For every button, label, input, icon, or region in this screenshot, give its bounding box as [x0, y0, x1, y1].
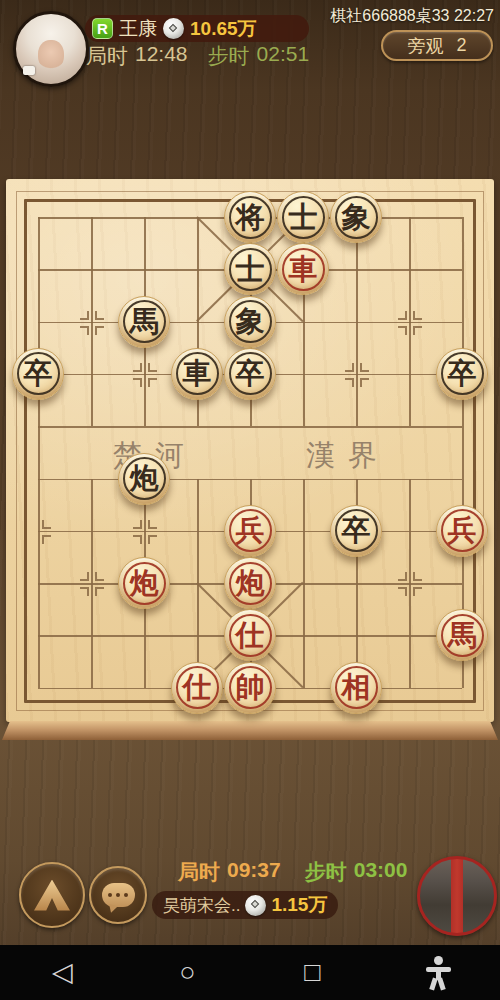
- point-marker: [148, 535, 157, 544]
- piece-character: 将: [236, 203, 265, 232]
- move-time-value: 02:51: [257, 42, 310, 70]
- nav-recents-button[interactable]: □: [250, 959, 375, 986]
- piece-character: 兵: [236, 516, 265, 545]
- point-marker: [42, 535, 51, 544]
- point-marker: [398, 587, 407, 596]
- move-time-label: 步时: [305, 858, 347, 886]
- player-name-bar: 昊萌宋会.. 1.15万: [152, 891, 338, 919]
- point-marker: [80, 587, 89, 596]
- point-marker: [148, 520, 157, 529]
- home-icon: ○: [179, 959, 195, 986]
- piece-red-advisor[interactable]: 仕: [171, 662, 223, 714]
- point-marker: [95, 326, 104, 335]
- piece-character: 炮: [130, 464, 159, 493]
- piece-character: 兵: [448, 516, 477, 545]
- piece-character: 仕: [236, 621, 265, 650]
- piece-character: 帥: [236, 673, 265, 702]
- piece-red-elephant[interactable]: 相: [330, 662, 382, 714]
- coin-icon: [245, 895, 266, 916]
- piece-character: 相: [342, 673, 371, 702]
- piece-black-soldier[interactable]: 卒: [12, 348, 64, 400]
- piece-character: 車: [289, 255, 318, 284]
- piece-red-cannon[interactable]: 炮: [224, 557, 276, 609]
- game-time-value: 12:48: [135, 42, 188, 70]
- grid-line: [38, 426, 462, 428]
- point-marker: [413, 326, 422, 335]
- piece-character: 士: [289, 203, 318, 232]
- point-marker: [398, 326, 407, 335]
- spectate-count: 2: [456, 35, 466, 56]
- piece-red-cannon[interactable]: 炮: [118, 557, 170, 609]
- point-marker: [148, 378, 157, 387]
- game-time-label: 局时: [86, 42, 128, 70]
- point-marker: [133, 520, 142, 529]
- piece-red-soldier[interactable]: 兵: [224, 505, 276, 557]
- point-marker: [80, 311, 89, 320]
- piece-character: 仕: [183, 673, 212, 702]
- nav-back-button[interactable]: ◁: [0, 959, 125, 986]
- point-marker: [80, 326, 89, 335]
- piece-black-cannon[interactable]: 炮: [118, 453, 170, 505]
- point-marker: [133, 535, 142, 544]
- player-move-timer: 步时 03:00: [305, 858, 408, 886]
- vip-badge: R: [92, 18, 113, 39]
- recents-icon: □: [304, 959, 320, 986]
- game-time-label: 局时: [178, 858, 220, 886]
- grid-line: [91, 479, 93, 688]
- piece-character: 卒: [342, 516, 371, 545]
- opponent-coins: 10.65万: [190, 16, 257, 42]
- piece-character: 炮: [130, 569, 159, 598]
- point-marker: [398, 311, 407, 320]
- grid-line: [38, 217, 40, 688]
- game-time-value: 09:37: [227, 858, 281, 886]
- board-edge: [2, 721, 498, 740]
- grid-line: [91, 217, 93, 426]
- nav-accessibility-button[interactable]: [375, 956, 500, 990]
- piece-character: 馬: [448, 621, 477, 650]
- point-marker: [413, 587, 422, 596]
- opponent-avatar[interactable]: [13, 11, 89, 87]
- back-icon: ◁: [52, 959, 73, 986]
- player-name: 昊萌宋会..: [163, 894, 240, 917]
- point-marker: [95, 311, 104, 320]
- opponent-timers: 局时 12:48 步时 02:51: [86, 42, 309, 70]
- point-marker: [133, 363, 142, 372]
- grid-line: [409, 479, 411, 688]
- point-marker: [413, 311, 422, 320]
- piece-red-horse[interactable]: 馬: [436, 609, 488, 661]
- spectate-label: 旁观: [407, 34, 443, 58]
- opponent-move-timer: 步时 02:51: [208, 42, 310, 70]
- dot: [116, 893, 121, 898]
- point-marker: [42, 520, 51, 529]
- grid-line: [409, 217, 411, 426]
- android-navbar: ◁ ○ □: [0, 945, 500, 1000]
- piece-black-advisor[interactable]: 士: [224, 243, 276, 295]
- piece-character: 馬: [130, 307, 159, 336]
- player-coins: 1.15万: [271, 892, 327, 918]
- piece-character: 卒: [448, 359, 477, 388]
- piece-character: 車: [183, 359, 212, 388]
- piece-red-advisor[interactable]: 仕: [224, 609, 276, 661]
- piece-black-general[interactable]: 将: [224, 191, 276, 243]
- point-marker: [398, 572, 407, 581]
- river-label-right: 漢界: [288, 436, 408, 476]
- menu-button[interactable]: [19, 862, 85, 928]
- point-marker: [413, 572, 422, 581]
- point-marker: [133, 378, 142, 387]
- piece-black-horse[interactable]: 馬: [118, 296, 170, 348]
- point-marker: [80, 572, 89, 581]
- dot: [124, 893, 129, 898]
- spectate-button[interactable]: 旁观 2: [381, 30, 493, 61]
- player-game-timer: 局时 09:37: [178, 858, 281, 886]
- accessibility-icon: [423, 956, 453, 990]
- chat-button[interactable]: [89, 866, 147, 924]
- piece-red-chariot[interactable]: 車: [277, 243, 329, 295]
- grid-line: [356, 217, 358, 426]
- app-logo-icon: [34, 880, 70, 911]
- point-marker: [345, 378, 354, 387]
- move-time-label: 步时: [208, 42, 250, 70]
- point-marker: [148, 363, 157, 372]
- piece-black-soldier[interactable]: 卒: [436, 348, 488, 400]
- piece-character: 象: [342, 203, 371, 232]
- piece-black-advisor[interactable]: 士: [277, 191, 329, 243]
- room-info: 棋社666888桌33 22:27: [330, 6, 494, 27]
- camera-icon: [23, 66, 35, 75]
- app-screen: 楚河 漢界 将士象士車馬象卒車卒卒炮兵卒兵炮炮仕馬仕帥相 R 王康 10.65万…: [0, 0, 500, 1000]
- opponent-name-bar: R 王康 10.65万: [85, 15, 309, 42]
- point-marker: [95, 572, 104, 581]
- opponent-game-timer: 局时 12:48: [86, 42, 188, 70]
- chat-bubble-icon: [102, 883, 135, 907]
- move-time-value: 03:00: [354, 858, 408, 886]
- piece-black-soldier[interactable]: 卒: [330, 505, 382, 557]
- piece-character: 炮: [236, 569, 265, 598]
- piece-character: 士: [236, 255, 265, 284]
- point-marker: [360, 363, 369, 372]
- player-avatar[interactable]: [417, 856, 497, 936]
- piece-black-soldier[interactable]: 卒: [224, 348, 276, 400]
- opponent-name: 王康: [119, 16, 157, 42]
- piece-character: 象: [236, 307, 265, 336]
- piece-black-elephant[interactable]: 象: [330, 191, 382, 243]
- player-timers: 局时 09:37 步时 03:00: [178, 858, 407, 886]
- piece-red-general[interactable]: 帥: [224, 662, 276, 714]
- piece-black-chariot[interactable]: 車: [171, 348, 223, 400]
- dot: [108, 893, 113, 898]
- piece-black-elephant[interactable]: 象: [224, 296, 276, 348]
- point-marker: [360, 378, 369, 387]
- piece-character: 卒: [24, 359, 53, 388]
- point-marker: [345, 363, 354, 372]
- point-marker: [95, 587, 104, 596]
- piece-character: 卒: [236, 359, 265, 388]
- coin-icon: [163, 18, 184, 39]
- nav-home-button[interactable]: ○: [125, 959, 250, 986]
- piece-red-soldier[interactable]: 兵: [436, 505, 488, 557]
